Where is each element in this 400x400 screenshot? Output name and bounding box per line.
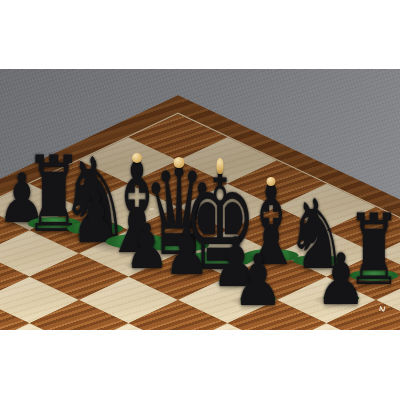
product-photo: 2 ♟♜♞♟♝♛♝♚♞♟♟♜♟♟♟ (0, 69, 400, 330)
bottom-white-margin (0, 330, 400, 400)
pawn-glyph: ♟ (316, 244, 367, 315)
pieces-layer: ♟♜♞♟♝♛♝♚♞♟♟♜♟♟♟ (0, 69, 400, 330)
pawn-glyph: ♟ (233, 245, 284, 316)
top-white-margin (0, 0, 400, 69)
boxwood-finial (174, 157, 185, 168)
pawn-glyph: ♟ (164, 220, 210, 284)
boxwood-finial (217, 158, 224, 174)
boxwood-finial (267, 177, 276, 186)
boxwood-finial (132, 153, 142, 163)
